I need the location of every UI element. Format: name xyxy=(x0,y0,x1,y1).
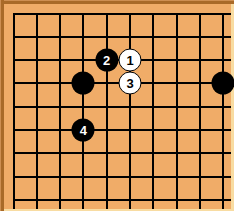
stone-black-move-4: 4 xyxy=(72,119,95,142)
stones-layer: 1234 xyxy=(0,0,234,211)
stone-number-label: 3 xyxy=(126,76,133,90)
board-edge-top xyxy=(0,1,234,4)
stone-black xyxy=(212,72,234,95)
board-edge-left xyxy=(1,0,4,211)
stone-number-label: 2 xyxy=(103,53,110,67)
go-board-diagram: 1234 xyxy=(0,0,234,211)
stone-number-label: 4 xyxy=(80,123,87,137)
stone-white-move-1: 1 xyxy=(119,49,142,72)
stone-black-move-2: 2 xyxy=(95,49,118,72)
stone-number-label: 1 xyxy=(126,53,133,67)
stone-white-move-3: 3 xyxy=(119,72,142,95)
stone-black xyxy=(72,72,95,95)
